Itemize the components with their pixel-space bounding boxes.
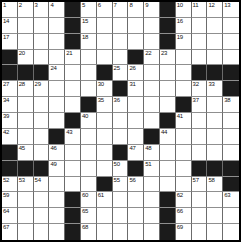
white-cell-r2c6[interactable]: 15 bbox=[81, 18, 97, 34]
white-cell-r9c13[interactable] bbox=[192, 129, 208, 145]
black-cell-r1c5 bbox=[65, 2, 81, 18]
white-cell-r7c14[interactable] bbox=[207, 97, 223, 113]
black-cell-r5c15 bbox=[223, 65, 239, 81]
white-cell-r4c8[interactable] bbox=[113, 50, 129, 66]
clue-number-52: 52 bbox=[3, 177, 9, 184]
white-cell-r6c1[interactable]: 27 bbox=[2, 81, 18, 97]
white-cell-r6c7[interactable]: 30 bbox=[97, 81, 113, 97]
clue-number-45: 45 bbox=[19, 145, 25, 152]
clue-number-57: 57 bbox=[193, 177, 199, 184]
white-cell-r14c8[interactable] bbox=[113, 208, 129, 224]
black-cell-r11c1 bbox=[2, 161, 18, 177]
clue-number-14: 14 bbox=[3, 18, 9, 25]
clue-number-46: 46 bbox=[50, 145, 56, 152]
clue-number-50: 50 bbox=[114, 161, 120, 168]
clue-number-36: 36 bbox=[114, 97, 120, 104]
white-cell-r12c5[interactable] bbox=[65, 177, 81, 193]
black-cell-r2c5 bbox=[65, 18, 81, 34]
clue-number-2: 2 bbox=[19, 2, 22, 9]
clue-number-29: 29 bbox=[35, 81, 41, 88]
white-cell-r15c12[interactable]: 69 bbox=[176, 224, 192, 240]
white-cell-r2c1[interactable]: 14 bbox=[2, 18, 18, 34]
white-cell-r6c9[interactable]: 31 bbox=[128, 81, 144, 97]
white-cell-r8c4[interactable] bbox=[49, 113, 65, 129]
white-cell-r5c8[interactable]: 25 bbox=[113, 65, 129, 81]
white-cell-r11c11[interactable] bbox=[160, 161, 176, 177]
white-cell-r15c1[interactable]: 67 bbox=[2, 224, 18, 240]
white-cell-r5c5[interactable] bbox=[65, 65, 81, 81]
clue-number-55: 55 bbox=[114, 177, 120, 184]
clue-number-16: 16 bbox=[177, 18, 183, 25]
black-cell-r10c8 bbox=[113, 145, 129, 161]
white-cell-r15c10[interactable] bbox=[144, 224, 160, 240]
white-cell-r10c5[interactable] bbox=[65, 145, 81, 161]
white-cell-r10c13[interactable] bbox=[192, 145, 208, 161]
white-cell-r3c1[interactable]: 17 bbox=[2, 34, 18, 50]
white-cell-r14c9[interactable] bbox=[128, 208, 144, 224]
white-cell-r2c3[interactable] bbox=[34, 18, 50, 34]
clue-number-4: 4 bbox=[50, 2, 53, 9]
white-cell-r3c8[interactable] bbox=[113, 34, 129, 50]
white-cell-r8c3[interactable] bbox=[34, 113, 50, 129]
clue-number-44: 44 bbox=[161, 129, 167, 136]
white-cell-r11c12[interactable] bbox=[176, 161, 192, 177]
clue-number-32: 32 bbox=[193, 81, 199, 88]
white-cell-r8c9[interactable] bbox=[128, 113, 144, 129]
clue-number-42: 42 bbox=[3, 129, 9, 136]
black-cell-r3c5 bbox=[65, 34, 81, 50]
white-cell-r14c12[interactable]: 66 bbox=[176, 208, 192, 224]
white-cell-r14c14[interactable] bbox=[207, 208, 223, 224]
white-cell-r9c7[interactable] bbox=[97, 129, 113, 145]
white-cell-r3c3[interactable] bbox=[34, 34, 50, 50]
white-cell-r4c14[interactable] bbox=[207, 50, 223, 66]
white-cell-r12c12[interactable] bbox=[176, 177, 192, 193]
white-cell-r11c8[interactable]: 50 bbox=[113, 161, 129, 177]
white-cell-r7c2[interactable] bbox=[18, 97, 34, 113]
white-cell-r2c12[interactable]: 16 bbox=[176, 18, 192, 34]
white-cell-r3c7[interactable] bbox=[97, 34, 113, 50]
black-cell-r6c8 bbox=[113, 81, 129, 97]
white-cell-r12c4[interactable] bbox=[49, 177, 65, 193]
clue-number-61: 61 bbox=[98, 192, 104, 199]
clue-number-18: 18 bbox=[82, 34, 88, 41]
clue-number-67: 67 bbox=[3, 224, 9, 231]
white-cell-r12c9[interactable]: 56 bbox=[128, 177, 144, 193]
white-cell-r15c4[interactable] bbox=[49, 224, 65, 240]
white-cell-r14c6[interactable]: 65 bbox=[81, 208, 97, 224]
black-cell-r7c12 bbox=[176, 97, 192, 113]
white-cell-r8c1[interactable]: 39 bbox=[2, 113, 18, 129]
white-cell-r14c1[interactable]: 64 bbox=[2, 208, 18, 224]
clue-number-68: 68 bbox=[82, 224, 88, 231]
black-cell-r12c7 bbox=[97, 177, 113, 193]
white-cell-r8c15[interactable] bbox=[223, 113, 239, 129]
black-cell-r4c1 bbox=[2, 50, 18, 66]
white-cell-r8c10[interactable] bbox=[144, 113, 160, 129]
white-cell-r1c13[interactable]: 11 bbox=[192, 2, 208, 18]
white-cell-r12c1[interactable]: 52 bbox=[2, 177, 18, 193]
white-cell-r13c2[interactable] bbox=[18, 192, 34, 208]
white-cell-r4c13[interactable] bbox=[192, 50, 208, 66]
white-cell-r3c6[interactable]: 18 bbox=[81, 34, 97, 50]
white-cell-r10c4[interactable]: 46 bbox=[49, 145, 65, 161]
clue-number-69: 69 bbox=[177, 224, 183, 231]
white-cell-r15c8[interactable] bbox=[113, 224, 129, 240]
clue-number-35: 35 bbox=[98, 97, 104, 104]
black-cell-r7c6 bbox=[81, 97, 97, 113]
clue-number-60: 60 bbox=[82, 192, 88, 199]
clue-number-30: 30 bbox=[98, 81, 104, 88]
clue-number-40: 40 bbox=[82, 113, 88, 120]
white-cell-r13c7[interactable]: 61 bbox=[97, 192, 113, 208]
black-cell-r11c15 bbox=[223, 161, 239, 177]
white-cell-r13c14[interactable] bbox=[207, 192, 223, 208]
white-cell-r12c10[interactable] bbox=[144, 177, 160, 193]
clue-number-66: 66 bbox=[177, 208, 183, 215]
white-cell-r13c12[interactable]: 62 bbox=[176, 192, 192, 208]
white-cell-r11c5[interactable] bbox=[65, 161, 81, 177]
clue-number-6: 6 bbox=[98, 2, 101, 9]
black-cell-r5c7 bbox=[97, 65, 113, 81]
white-cell-r2c8[interactable] bbox=[113, 18, 129, 34]
black-cell-r11c3 bbox=[34, 161, 50, 177]
white-cell-r2c9[interactable] bbox=[128, 18, 144, 34]
clue-number-53: 53 bbox=[19, 177, 25, 184]
white-cell-r2c14[interactable] bbox=[207, 18, 223, 34]
white-cell-r15c13[interactable] bbox=[192, 224, 208, 240]
white-cell-r8c6[interactable]: 40 bbox=[81, 113, 97, 129]
black-cell-r14c5 bbox=[65, 208, 81, 224]
white-cell-r1c7[interactable]: 6 bbox=[97, 2, 113, 18]
white-cell-r4c6[interactable] bbox=[81, 50, 97, 66]
white-cell-r3c15[interactable] bbox=[223, 34, 239, 50]
clue-number-27: 27 bbox=[3, 81, 9, 88]
black-cell-r9c10 bbox=[144, 129, 160, 145]
white-cell-r10c3[interactable] bbox=[34, 145, 50, 161]
white-cell-r6c11[interactable] bbox=[160, 81, 176, 97]
white-cell-r7c10[interactable] bbox=[144, 97, 160, 113]
white-cell-r4c5[interactable]: 21 bbox=[65, 50, 81, 66]
white-cell-r10c6[interactable] bbox=[81, 145, 97, 161]
white-cell-r11c7[interactable] bbox=[97, 161, 113, 177]
white-cell-r11c10[interactable]: 51 bbox=[144, 161, 160, 177]
white-cell-r13c9[interactable] bbox=[128, 192, 144, 208]
white-cell-r5c10[interactable] bbox=[144, 65, 160, 81]
white-cell-r9c11[interactable]: 44 bbox=[160, 129, 176, 145]
white-cell-r4c7[interactable] bbox=[97, 50, 113, 66]
clue-number-19: 19 bbox=[177, 34, 183, 41]
white-cell-r3c9[interactable] bbox=[128, 34, 144, 50]
white-cell-r3c12[interactable]: 19 bbox=[176, 34, 192, 50]
white-cell-r12c3[interactable]: 54 bbox=[34, 177, 50, 193]
black-cell-r8c5 bbox=[65, 113, 81, 129]
white-cell-r12c2[interactable]: 53 bbox=[18, 177, 34, 193]
clue-number-62: 62 bbox=[177, 192, 183, 199]
white-cell-r4c4[interactable] bbox=[49, 50, 65, 66]
black-cell-r13c5 bbox=[65, 192, 81, 208]
white-cell-r8c8[interactable] bbox=[113, 113, 129, 129]
white-cell-r3c13[interactable] bbox=[192, 34, 208, 50]
clue-number-48: 48 bbox=[145, 145, 151, 152]
white-cell-r7c5[interactable] bbox=[65, 97, 81, 113]
white-cell-r4c10[interactable]: 22 bbox=[144, 50, 160, 66]
white-cell-r9c2[interactable] bbox=[18, 129, 34, 145]
white-cell-r9c14[interactable] bbox=[207, 129, 223, 145]
white-cell-r8c12[interactable]: 41 bbox=[176, 113, 192, 129]
clue-number-65: 65 bbox=[82, 208, 88, 215]
crossword-puzzle: 1234567891011121314151617181920212223242… bbox=[0, 0, 241, 242]
clue-number-28: 28 bbox=[19, 81, 25, 88]
white-cell-r14c2[interactable] bbox=[18, 208, 34, 224]
clue-number-59: 59 bbox=[3, 192, 9, 199]
clue-number-17: 17 bbox=[3, 34, 9, 41]
white-cell-r9c9[interactable] bbox=[128, 129, 144, 145]
white-cell-r8c7[interactable] bbox=[97, 113, 113, 129]
black-cell-r11c2 bbox=[18, 161, 34, 177]
black-cell-r8c11 bbox=[160, 113, 176, 129]
clue-number-58: 58 bbox=[208, 177, 214, 184]
black-cell-r2c11 bbox=[160, 18, 176, 34]
white-cell-r14c4[interactable] bbox=[49, 208, 65, 224]
white-cell-r7c13[interactable]: 37 bbox=[192, 97, 208, 113]
white-cell-r7c4[interactable] bbox=[49, 97, 65, 113]
white-cell-r14c10[interactable] bbox=[144, 208, 160, 224]
white-cell-r2c10[interactable] bbox=[144, 18, 160, 34]
black-cell-r5c2 bbox=[18, 65, 34, 81]
white-cell-r10c12[interactable] bbox=[176, 145, 192, 161]
white-cell-r5c4[interactable]: 24 bbox=[49, 65, 65, 81]
white-cell-r11c6[interactable] bbox=[81, 161, 97, 177]
clue-number-9: 9 bbox=[145, 2, 148, 9]
white-cell-r6c3[interactable]: 29 bbox=[34, 81, 50, 97]
clue-number-5: 5 bbox=[82, 2, 85, 9]
white-cell-r5c11[interactable] bbox=[160, 65, 176, 81]
white-cell-r7c8[interactable]: 36 bbox=[113, 97, 129, 113]
crossword-grid: 1234567891011121314151617181920212223242… bbox=[0, 0, 241, 242]
clue-number-43: 43 bbox=[66, 129, 72, 136]
white-cell-r8c13[interactable] bbox=[192, 113, 208, 129]
white-cell-r6c6[interactable] bbox=[81, 81, 97, 97]
white-cell-r15c15[interactable] bbox=[223, 224, 239, 240]
white-cell-r5c12[interactable] bbox=[176, 65, 192, 81]
black-cell-r15c11 bbox=[160, 224, 176, 240]
white-cell-r14c15[interactable] bbox=[223, 208, 239, 224]
white-cell-r9c1[interactable]: 42 bbox=[2, 129, 18, 145]
clue-number-54: 54 bbox=[35, 177, 41, 184]
white-cell-r4c3[interactable] bbox=[34, 50, 50, 66]
clue-number-8: 8 bbox=[129, 2, 132, 9]
white-cell-r1c10[interactable]: 9 bbox=[144, 2, 160, 18]
black-cell-r13c11 bbox=[160, 192, 176, 208]
white-cell-r2c2[interactable] bbox=[18, 18, 34, 34]
white-cell-r7c3[interactable] bbox=[34, 97, 50, 113]
black-cell-r5c1 bbox=[2, 65, 18, 81]
white-cell-r12c11[interactable] bbox=[160, 177, 176, 193]
white-cell-r9c15[interactable] bbox=[223, 129, 239, 145]
white-cell-r1c3[interactable]: 3 bbox=[34, 2, 50, 18]
white-cell-r13c8[interactable] bbox=[113, 192, 129, 208]
clue-number-20: 20 bbox=[19, 50, 25, 57]
clue-number-41: 41 bbox=[177, 113, 183, 120]
white-cell-r1c2[interactable]: 2 bbox=[18, 2, 34, 18]
white-cell-r4c2[interactable]: 20 bbox=[18, 50, 34, 66]
clue-number-11: 11 bbox=[193, 2, 199, 9]
white-cell-r3c2[interactable] bbox=[18, 34, 34, 50]
white-cell-r15c3[interactable] bbox=[34, 224, 50, 240]
black-cell-r5c14 bbox=[207, 65, 223, 81]
white-cell-r10c15[interactable] bbox=[223, 145, 239, 161]
clue-number-25: 25 bbox=[114, 65, 120, 72]
white-cell-r4c15[interactable] bbox=[223, 50, 239, 66]
black-cell-r5c3 bbox=[34, 65, 50, 81]
white-cell-r9c5[interactable]: 43 bbox=[65, 129, 81, 145]
white-cell-r7c7[interactable]: 35 bbox=[97, 97, 113, 113]
white-cell-r1c15[interactable]: 13 bbox=[223, 2, 239, 18]
clue-number-22: 22 bbox=[145, 50, 151, 57]
clue-number-47: 47 bbox=[129, 145, 135, 152]
white-cell-r10c7[interactable] bbox=[97, 145, 113, 161]
clue-number-21: 21 bbox=[66, 50, 72, 57]
black-cell-r9c4 bbox=[49, 129, 65, 145]
white-cell-r15c2[interactable] bbox=[18, 224, 34, 240]
clue-number-24: 24 bbox=[50, 65, 56, 72]
white-cell-r2c4[interactable] bbox=[49, 18, 65, 34]
clue-number-56: 56 bbox=[129, 177, 135, 184]
white-cell-r3c10[interactable] bbox=[144, 34, 160, 50]
white-cell-r7c11[interactable] bbox=[160, 97, 176, 113]
clue-number-15: 15 bbox=[82, 18, 88, 25]
black-cell-r10c1 bbox=[2, 145, 18, 161]
white-cell-r14c7[interactable] bbox=[97, 208, 113, 224]
clue-number-38: 38 bbox=[224, 97, 230, 104]
clue-number-23: 23 bbox=[161, 50, 167, 57]
white-cell-r1c9[interactable]: 8 bbox=[128, 2, 144, 18]
white-cell-r1c1[interactable]: 1 bbox=[2, 2, 18, 18]
white-cell-r10c2[interactable]: 45 bbox=[18, 145, 34, 161]
clue-number-31: 31 bbox=[129, 81, 135, 88]
white-cell-r6c14[interactable]: 33 bbox=[207, 81, 223, 97]
black-cell-r15c5 bbox=[65, 224, 81, 240]
white-cell-r10c11[interactable] bbox=[160, 145, 176, 161]
white-cell-r8c2[interactable] bbox=[18, 113, 34, 129]
clue-number-1: 1 bbox=[3, 2, 6, 9]
white-cell-r8c14[interactable] bbox=[207, 113, 223, 129]
white-cell-r13c10[interactable] bbox=[144, 192, 160, 208]
clue-number-39: 39 bbox=[3, 113, 9, 120]
white-cell-r12c8[interactable]: 55 bbox=[113, 177, 129, 193]
white-cell-r1c8[interactable]: 7 bbox=[113, 2, 129, 18]
white-cell-r15c14[interactable] bbox=[207, 224, 223, 240]
white-cell-r7c1[interactable]: 34 bbox=[2, 97, 18, 113]
white-cell-r9c3[interactable] bbox=[34, 129, 50, 145]
clue-number-26: 26 bbox=[129, 65, 135, 72]
white-cell-r3c14[interactable] bbox=[207, 34, 223, 50]
white-cell-r1c12[interactable]: 10 bbox=[176, 2, 192, 18]
white-cell-r14c13[interactable] bbox=[192, 208, 208, 224]
clue-number-64: 64 bbox=[3, 208, 9, 215]
white-cell-r13c15[interactable]: 63 bbox=[223, 192, 239, 208]
white-cell-r12c14[interactable]: 58 bbox=[207, 177, 223, 193]
clue-number-37: 37 bbox=[193, 97, 199, 104]
white-cell-r2c13[interactable] bbox=[192, 18, 208, 34]
white-cell-r5c9[interactable]: 26 bbox=[128, 65, 144, 81]
black-cell-r6c15 bbox=[223, 81, 239, 97]
white-cell-r15c7[interactable] bbox=[97, 224, 113, 240]
clue-number-63: 63 bbox=[224, 192, 230, 199]
black-cell-r14c11 bbox=[160, 208, 176, 224]
white-cell-r1c6[interactable]: 5 bbox=[81, 2, 97, 18]
black-cell-r1c11 bbox=[160, 2, 176, 18]
white-cell-r7c9[interactable] bbox=[128, 97, 144, 113]
white-cell-r2c15[interactable] bbox=[223, 18, 239, 34]
white-cell-r5c6[interactable] bbox=[81, 65, 97, 81]
clue-number-51: 51 bbox=[145, 161, 151, 168]
white-cell-r2c7[interactable] bbox=[97, 18, 113, 34]
white-cell-r9c6[interactable] bbox=[81, 129, 97, 145]
clue-number-13: 13 bbox=[224, 2, 230, 9]
white-cell-r1c4[interactable]: 4 bbox=[49, 2, 65, 18]
clue-number-7: 7 bbox=[114, 2, 117, 9]
white-cell-r3c4[interactable] bbox=[49, 34, 65, 50]
white-cell-r6c2[interactable]: 28 bbox=[18, 81, 34, 97]
white-cell-r10c9[interactable]: 47 bbox=[128, 145, 144, 161]
black-cell-r3c11 bbox=[160, 34, 176, 50]
white-cell-r13c6[interactable]: 60 bbox=[81, 192, 97, 208]
white-cell-r4c12[interactable] bbox=[176, 50, 192, 66]
black-cell-r11c14 bbox=[207, 161, 223, 177]
clue-number-12: 12 bbox=[208, 2, 214, 9]
white-cell-r6c12[interactable] bbox=[176, 81, 192, 97]
white-cell-r11c4[interactable]: 49 bbox=[49, 161, 65, 177]
white-cell-r9c12[interactable] bbox=[176, 129, 192, 145]
white-cell-r6c10[interactable] bbox=[144, 81, 160, 97]
white-cell-r13c13[interactable] bbox=[192, 192, 208, 208]
clue-number-34: 34 bbox=[3, 97, 9, 104]
white-cell-r13c4[interactable] bbox=[49, 192, 65, 208]
white-cell-r14c3[interactable] bbox=[34, 208, 50, 224]
white-cell-r1c14[interactable]: 12 bbox=[207, 2, 223, 18]
white-cell-r9c8[interactable] bbox=[113, 129, 129, 145]
black-cell-r11c13 bbox=[192, 161, 208, 177]
white-cell-r6c13[interactable]: 32 bbox=[192, 81, 208, 97]
white-cell-r13c3[interactable] bbox=[34, 192, 50, 208]
white-cell-r15c9[interactable] bbox=[128, 224, 144, 240]
white-cell-r7c15[interactable]: 38 bbox=[223, 97, 239, 113]
white-cell-r13c1[interactable]: 59 bbox=[2, 192, 18, 208]
black-cell-r12c15 bbox=[223, 177, 239, 193]
white-cell-r12c13[interactable]: 57 bbox=[192, 177, 208, 193]
white-cell-r4c11[interactable]: 23 bbox=[160, 50, 176, 66]
black-cell-r11c9 bbox=[128, 161, 144, 177]
black-cell-r5c13 bbox=[192, 65, 208, 81]
clue-number-3: 3 bbox=[35, 2, 38, 9]
black-cell-r4c9 bbox=[128, 50, 144, 66]
white-cell-r12c6[interactable] bbox=[81, 177, 97, 193]
white-cell-r6c5[interactable] bbox=[65, 81, 81, 97]
clue-number-33: 33 bbox=[208, 81, 214, 88]
white-cell-r15c6[interactable]: 68 bbox=[81, 224, 97, 240]
clue-number-10: 10 bbox=[177, 2, 183, 9]
white-cell-r6c4[interactable] bbox=[49, 81, 65, 97]
white-cell-r10c10[interactable]: 48 bbox=[144, 145, 160, 161]
clue-number-49: 49 bbox=[50, 161, 56, 168]
white-cell-r10c14[interactable] bbox=[207, 145, 223, 161]
